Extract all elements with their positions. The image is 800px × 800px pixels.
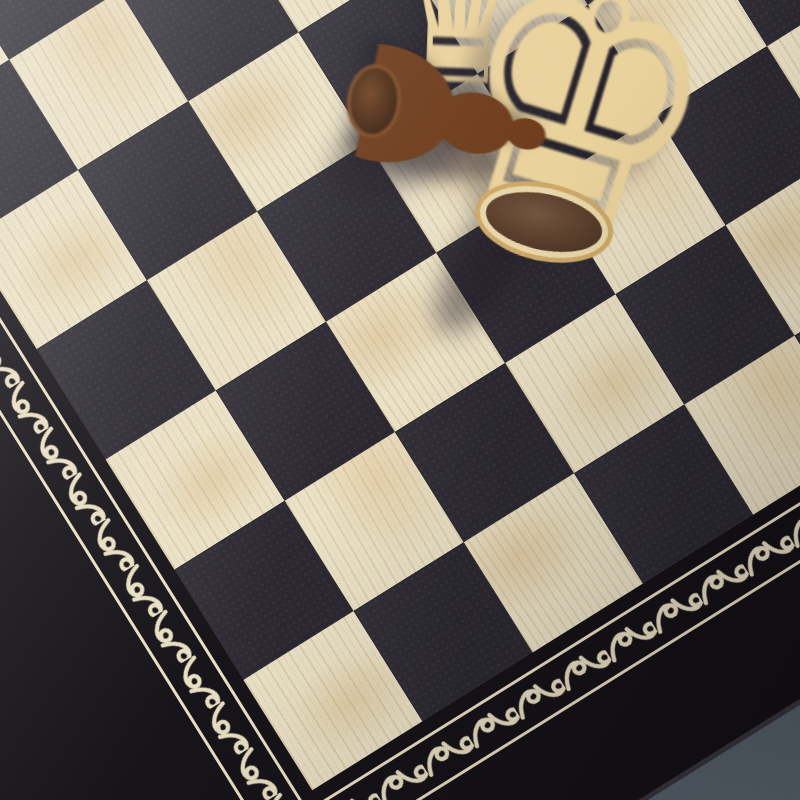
photo-stage: ♛ ♚ ♟ <box>0 0 800 800</box>
